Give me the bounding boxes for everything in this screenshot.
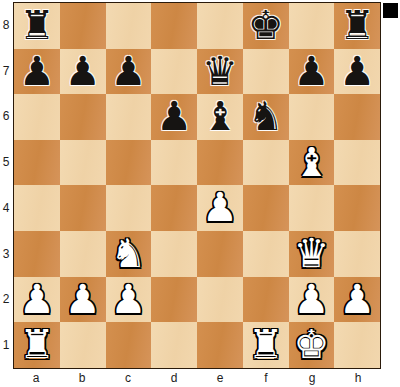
square-h1[interactable] bbox=[334, 322, 380, 368]
black-rook-h8[interactable]: ♜ bbox=[339, 3, 375, 49]
square-c4[interactable] bbox=[106, 185, 152, 231]
white-rook-a1[interactable]: ♜ bbox=[19, 322, 55, 368]
black-king-f8[interactable]: ♚ bbox=[248, 3, 284, 49]
square-b3[interactable] bbox=[60, 231, 106, 277]
black-knight-f6[interactable]: ♞ bbox=[248, 94, 284, 140]
square-f8[interactable]: ♚ bbox=[243, 3, 289, 49]
rank-label-1: 1 bbox=[0, 322, 12, 368]
rank-label-5: 5 bbox=[0, 139, 12, 185]
square-b6[interactable] bbox=[60, 94, 106, 140]
square-a4[interactable] bbox=[14, 185, 60, 231]
square-h4[interactable] bbox=[334, 185, 380, 231]
square-g2[interactable]: ♟ bbox=[289, 277, 335, 323]
square-e8[interactable] bbox=[197, 3, 243, 49]
square-h3[interactable] bbox=[334, 231, 380, 277]
square-a3[interactable] bbox=[14, 231, 60, 277]
black-pawn-b7[interactable]: ♟ bbox=[65, 49, 101, 95]
square-f1[interactable]: ♜ bbox=[243, 322, 289, 368]
square-c2[interactable]: ♟ bbox=[106, 277, 152, 323]
file-labels: abcdefgh bbox=[13, 369, 381, 386]
square-h2[interactable]: ♟ bbox=[334, 277, 380, 323]
file-label-c: c bbox=[105, 369, 151, 386]
square-c8[interactable] bbox=[106, 3, 152, 49]
square-g4[interactable] bbox=[289, 185, 335, 231]
white-king-g1[interactable]: ♚ bbox=[293, 322, 329, 368]
square-a1[interactable]: ♜ bbox=[14, 322, 60, 368]
square-d5[interactable] bbox=[151, 140, 197, 186]
square-a2[interactable]: ♟ bbox=[14, 277, 60, 323]
black-pawn-a7[interactable]: ♟ bbox=[19, 49, 55, 95]
square-b2[interactable]: ♟ bbox=[60, 277, 106, 323]
square-g7[interactable]: ♟ bbox=[289, 49, 335, 95]
square-g5[interactable]: ♝ bbox=[289, 140, 335, 186]
rank-labels: 87654321 bbox=[0, 2, 12, 368]
square-c1[interactable] bbox=[106, 322, 152, 368]
square-b4[interactable] bbox=[60, 185, 106, 231]
square-g8[interactable] bbox=[289, 3, 335, 49]
black-pawn-c7[interactable]: ♟ bbox=[110, 49, 146, 95]
rank-label-4: 4 bbox=[0, 185, 12, 231]
square-g3[interactable]: ♛ bbox=[289, 231, 335, 277]
black-bishop-e6[interactable]: ♝ bbox=[202, 94, 238, 140]
square-a6[interactable] bbox=[14, 94, 60, 140]
square-c5[interactable] bbox=[106, 140, 152, 186]
square-h5[interactable] bbox=[334, 140, 380, 186]
square-h7[interactable]: ♟ bbox=[334, 49, 380, 95]
white-pawn-g2[interactable]: ♟ bbox=[293, 277, 329, 323]
square-d6[interactable]: ♟ bbox=[151, 94, 197, 140]
file-label-g: g bbox=[289, 369, 335, 386]
file-label-h: h bbox=[335, 369, 381, 386]
black-queen-e7[interactable]: ♛ bbox=[202, 49, 238, 95]
square-c7[interactable]: ♟ bbox=[106, 49, 152, 95]
square-e7[interactable]: ♛ bbox=[197, 49, 243, 95]
square-g1[interactable]: ♚ bbox=[289, 322, 335, 368]
square-c3[interactable]: ♞ bbox=[106, 231, 152, 277]
white-pawn-h2[interactable]: ♟ bbox=[339, 277, 375, 323]
file-label-a: a bbox=[13, 369, 59, 386]
square-d4[interactable] bbox=[151, 185, 197, 231]
square-e4[interactable]: ♟ bbox=[197, 185, 243, 231]
square-e1[interactable] bbox=[197, 322, 243, 368]
square-f7[interactable] bbox=[243, 49, 289, 95]
square-e5[interactable] bbox=[197, 140, 243, 186]
square-h6[interactable] bbox=[334, 94, 380, 140]
white-rook-f1[interactable]: ♜ bbox=[248, 322, 284, 368]
black-pawn-h7[interactable]: ♟ bbox=[339, 49, 375, 95]
rank-label-2: 2 bbox=[0, 277, 12, 323]
square-f2[interactable] bbox=[243, 277, 289, 323]
square-g6[interactable] bbox=[289, 94, 335, 140]
square-f5[interactable] bbox=[243, 140, 289, 186]
square-f3[interactable] bbox=[243, 231, 289, 277]
square-d7[interactable] bbox=[151, 49, 197, 95]
file-label-b: b bbox=[59, 369, 105, 386]
square-f4[interactable] bbox=[243, 185, 289, 231]
white-pawn-c2[interactable]: ♟ bbox=[110, 277, 146, 323]
square-e2[interactable] bbox=[197, 277, 243, 323]
file-label-f: f bbox=[243, 369, 289, 386]
white-pawn-b2[interactable]: ♟ bbox=[65, 277, 101, 323]
square-b1[interactable] bbox=[60, 322, 106, 368]
white-knight-c3[interactable]: ♞ bbox=[110, 231, 146, 277]
square-b8[interactable] bbox=[60, 3, 106, 49]
rank-label-8: 8 bbox=[0, 2, 12, 48]
white-pawn-e4[interactable]: ♟ bbox=[202, 185, 238, 231]
square-f6[interactable]: ♞ bbox=[243, 94, 289, 140]
square-b5[interactable] bbox=[60, 140, 106, 186]
white-bishop-g5[interactable]: ♝ bbox=[293, 140, 329, 186]
black-pawn-g7[interactable]: ♟ bbox=[293, 49, 329, 95]
black-to-move-indicator bbox=[383, 3, 398, 18]
square-a8[interactable]: ♜ bbox=[14, 3, 60, 49]
square-a7[interactable]: ♟ bbox=[14, 49, 60, 95]
square-b7[interactable]: ♟ bbox=[60, 49, 106, 95]
file-label-d: d bbox=[151, 369, 197, 386]
square-c6[interactable] bbox=[106, 94, 152, 140]
square-d1[interactable] bbox=[151, 322, 197, 368]
black-rook-a8[interactable]: ♜ bbox=[19, 3, 55, 49]
chess-board[interactable]: ♜♚♜♟♟♟♛♟♟♟♝♞♝♟♞♛♟♟♟♟♟♜♜♚ bbox=[13, 2, 381, 369]
square-a5[interactable] bbox=[14, 140, 60, 186]
rank-label-3: 3 bbox=[0, 231, 12, 277]
chess-diagram: 87654321 ♜♚♜♟♟♟♛♟♟♟♝♞♝♟♞♛♟♟♟♟♟♜♜♚ abcdef… bbox=[0, 0, 400, 387]
square-h8[interactable]: ♜ bbox=[334, 3, 380, 49]
square-d2[interactable] bbox=[151, 277, 197, 323]
file-label-e: e bbox=[197, 369, 243, 386]
square-e3[interactable] bbox=[197, 231, 243, 277]
square-d3[interactable] bbox=[151, 231, 197, 277]
white-queen-g3[interactable]: ♛ bbox=[293, 231, 329, 277]
square-e6[interactable]: ♝ bbox=[197, 94, 243, 140]
black-pawn-d6[interactable]: ♟ bbox=[156, 94, 192, 140]
white-pawn-a2[interactable]: ♟ bbox=[19, 277, 55, 323]
square-d8[interactable] bbox=[151, 3, 197, 49]
rank-label-7: 7 bbox=[0, 48, 12, 94]
rank-label-6: 6 bbox=[0, 94, 12, 140]
